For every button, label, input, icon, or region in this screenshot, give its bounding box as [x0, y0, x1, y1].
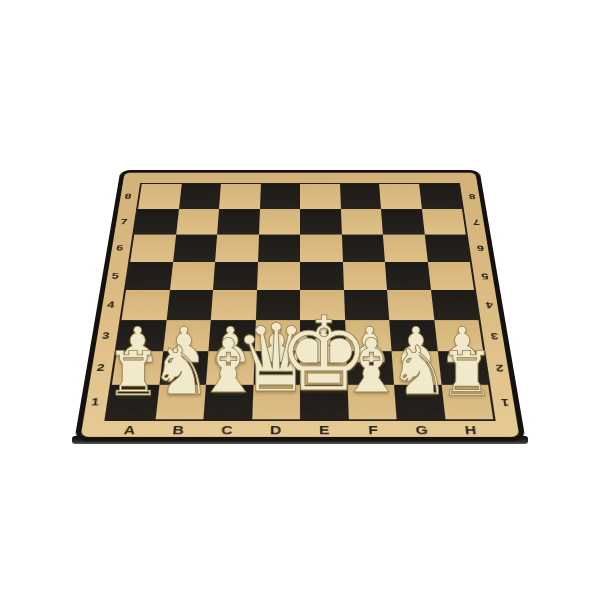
square-c6[interactable]: [215, 235, 258, 262]
square-d8[interactable]: [260, 184, 300, 209]
file-label-D: D: [251, 419, 300, 441]
file-labels-bottom: ABCDEFGH: [104, 419, 497, 441]
square-a4[interactable]: [122, 290, 170, 320]
square-f6[interactable]: [341, 235, 384, 262]
product-photo-stage: 87654321 87654321 ABCDEFGH ♜♞♝♛♚♝♞♜♟♟♟♟♟…: [0, 0, 600, 600]
rank-label-right-8: 8: [458, 184, 486, 209]
square-d6[interactable]: [258, 235, 300, 262]
square-b7[interactable]: [176, 209, 219, 235]
pieces-layer: ♜♞♝♛♚♝♞♜♟♟♟♟♟♟♟♟♟♟♟♟♟♟♟♟♜♞♝♛♚♝♞♜: [0, 0, 600, 600]
square-f5[interactable]: [342, 262, 387, 290]
square-h6[interactable]: [424, 235, 469, 262]
square-e6[interactable]: [300, 235, 342, 262]
square-e5[interactable]: [300, 262, 344, 290]
square-c8[interactable]: [219, 184, 260, 209]
square-b6[interactable]: [173, 235, 217, 262]
square-c5[interactable]: [213, 262, 258, 290]
square-h7[interactable]: [421, 209, 465, 235]
file-label-E: E: [300, 419, 349, 441]
square-e7[interactable]: [300, 209, 341, 235]
square-h4[interactable]: [431, 290, 479, 320]
rank-label-left-8: 8: [114, 184, 142, 209]
square-e8[interactable]: [300, 184, 340, 209]
square-c7[interactable]: [217, 209, 259, 235]
square-f7[interactable]: [340, 209, 382, 235]
square-b8[interactable]: [179, 184, 221, 209]
rank-label-right-4: 4: [474, 290, 505, 320]
square-g5[interactable]: [385, 262, 431, 290]
rank-label-left-5: 5: [100, 262, 130, 290]
rank-label-right-6: 6: [466, 235, 495, 262]
square-g4[interactable]: [387, 290, 434, 320]
file-label-H: H: [445, 419, 497, 441]
square-a7[interactable]: [134, 209, 178, 235]
file-label-A: A: [104, 419, 156, 441]
rank-label-left-7: 7: [109, 209, 138, 235]
square-a6[interactable]: [130, 235, 175, 262]
square-d5[interactable]: [257, 262, 301, 290]
square-b4[interactable]: [166, 290, 213, 320]
square-a5[interactable]: [126, 262, 173, 290]
file-label-C: C: [202, 419, 252, 441]
square-g7[interactable]: [381, 209, 424, 235]
piece-wR-h1[interactable]: ♜: [439, 343, 494, 404]
square-d7[interactable]: [259, 209, 300, 235]
rank-label-right-7: 7: [462, 209, 491, 235]
square-g6[interactable]: [383, 235, 427, 262]
rank-label-right-5: 5: [470, 262, 500, 290]
square-h8[interactable]: [419, 184, 462, 209]
square-g8[interactable]: [379, 184, 421, 209]
file-label-F: F: [348, 419, 398, 441]
file-label-B: B: [153, 419, 204, 441]
square-b5[interactable]: [170, 262, 216, 290]
square-a8[interactable]: [138, 184, 181, 209]
square-h5[interactable]: [427, 262, 474, 290]
file-label-G: G: [397, 419, 448, 441]
square-f8[interactable]: [340, 184, 381, 209]
rank-label-left-6: 6: [105, 235, 134, 262]
rank-label-left-4: 4: [95, 290, 126, 320]
